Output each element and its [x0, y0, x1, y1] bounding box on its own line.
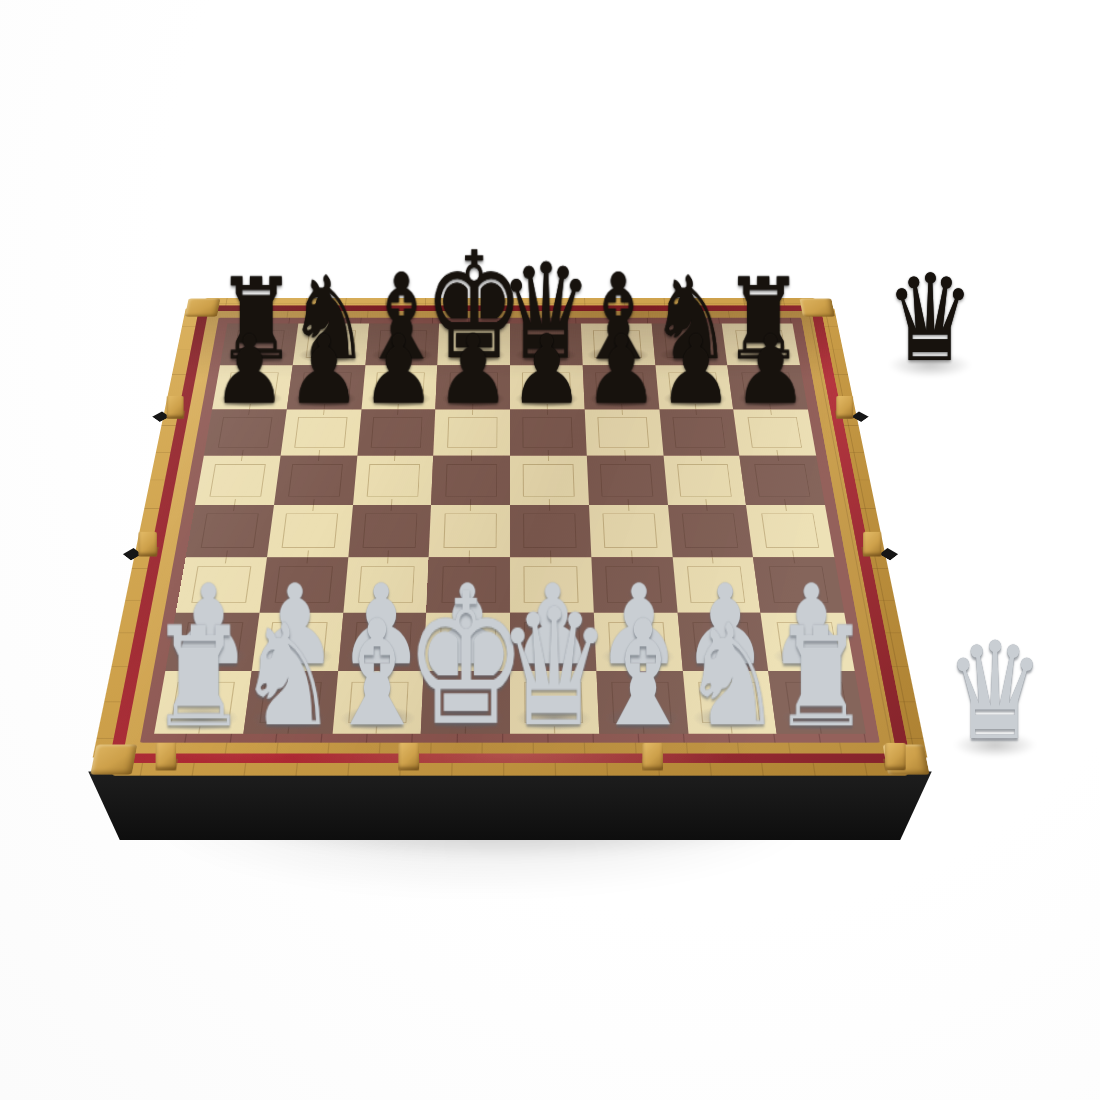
- gold-rail-post-top: [885, 743, 906, 771]
- tile-seam: [603, 514, 658, 548]
- gold-rail-post: [398, 759, 419, 771]
- gold-rail-post-top: [398, 743, 419, 771]
- square-a1: ♜: [154, 671, 251, 734]
- gold-rail-post: [138, 547, 158, 556]
- square-f4: [589, 505, 672, 557]
- white-rook-h1: ♜: [697, 621, 945, 734]
- gold-rail-post-top: [863, 532, 882, 557]
- white-queen-e1: ♛: [430, 602, 678, 735]
- spare-white-queen: ♛: [945, 638, 1045, 748]
- piece-anchor: ♜: [154, 671, 251, 734]
- spare-black-queen-area: ♛: [880, 252, 980, 368]
- gold-rail-post-top: [156, 743, 177, 771]
- square-h4: [746, 505, 834, 557]
- gold-rail-post: [861, 547, 881, 556]
- gold-corner-block: [90, 744, 137, 774]
- tile-seam: [443, 514, 497, 548]
- tile-seam: [282, 514, 339, 548]
- white-rook-a1: ♜: [75, 621, 323, 734]
- square-e1: ♛: [510, 671, 599, 734]
- spare-white-queen-area: ♛: [942, 628, 1048, 748]
- tile-seam: [682, 514, 739, 548]
- spare-black-queen: ♛: [885, 270, 975, 368]
- tile-seam: [761, 514, 819, 548]
- tile-seam: [362, 514, 417, 548]
- tile-seam: [523, 514, 577, 548]
- gold-rail-post: [156, 759, 179, 771]
- square-e4: [510, 505, 591, 557]
- piece-anchor: ♜: [769, 671, 866, 734]
- square-b4: [267, 505, 353, 557]
- square-a4: [186, 505, 274, 557]
- piece-anchor: ♛: [510, 671, 599, 734]
- square-d4: [429, 505, 510, 557]
- product-photo-scene: ♜♞♝♚♛♝♞♜♟♟♟♟♟♟♟♟♟♟♟♟♟♟♟♟♜♞♝♚♛♝♞♜ ♛ ♛: [0, 0, 1100, 1100]
- chess-board: ♜♞♝♚♛♝♞♜♟♟♟♟♟♟♟♟♟♟♟♟♟♟♟♟♜♞♝♚♛♝♞♜: [89, 298, 931, 776]
- square-c4: [348, 505, 431, 557]
- gold-rail-post: [883, 759, 906, 771]
- gold-rail-post-top: [138, 532, 157, 557]
- tile-seam: [201, 514, 259, 548]
- square-g4: [668, 505, 754, 557]
- gold-rail-post: [642, 759, 663, 771]
- gold-rail-post-top: [642, 743, 663, 771]
- square-h1: ♜: [769, 671, 866, 734]
